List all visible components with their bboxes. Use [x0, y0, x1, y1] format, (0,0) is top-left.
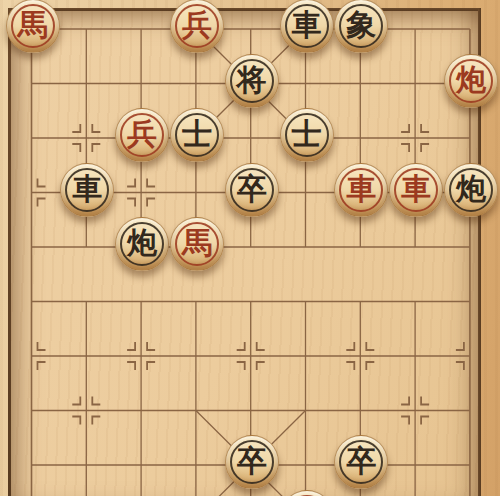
piece-black-chariot-left[interactable]: 車: [60, 163, 114, 217]
piece-character: 車: [401, 174, 431, 204]
piece-character: 兵: [127, 119, 157, 149]
piece-black-cannon-right[interactable]: 炮: [444, 163, 498, 217]
piece-character: 車: [346, 174, 376, 204]
piece-black-soldier-mid[interactable]: 卒: [225, 163, 279, 217]
piece-character: 士: [292, 119, 322, 149]
piece-character: 象: [346, 10, 376, 40]
piece-black-chariot-right[interactable]: 車: [280, 0, 334, 53]
piece-character: 車: [292, 10, 322, 40]
piece-black-soldier-g2[interactable]: 卒: [334, 435, 388, 489]
piece-red-cannon[interactable]: 炮: [444, 54, 498, 108]
piece-red-horse-mid[interactable]: 馬: [170, 217, 224, 271]
piece-character: 卒: [237, 174, 267, 204]
piece-black-general[interactable]: 将: [225, 54, 279, 108]
piece-red-chariot-left[interactable]: 車: [334, 163, 388, 217]
piece-black-cannon-left[interactable]: 炮: [115, 217, 169, 271]
piece-character: 炮: [456, 65, 486, 95]
piece-character: 兵: [182, 10, 212, 40]
piece-character: 炮: [127, 228, 157, 258]
piece-red-chariot-right[interactable]: 車: [389, 163, 443, 217]
piece-character: 卒: [237, 446, 267, 476]
piece-red-horse-left[interactable]: 馬: [6, 0, 60, 53]
piece-black-advisor-left[interactable]: 士: [170, 108, 224, 162]
piece-red-pawn-left[interactable]: 兵: [115, 108, 169, 162]
piece-black-advisor-right[interactable]: 士: [280, 108, 334, 162]
piece-character: 士: [182, 119, 212, 149]
piece-character: 馬: [18, 10, 48, 40]
piece-character: 将: [237, 65, 267, 95]
piece-character: 卒: [346, 446, 376, 476]
piece-black-soldier-e2[interactable]: 卒: [225, 435, 279, 489]
piece-red-pawn-advanced[interactable]: 兵: [170, 0, 224, 53]
xiangqi-app: 馬兵車象将炮兵士士車卒車車炮炮馬卒卒帥: [0, 0, 500, 496]
piece-character: 炮: [456, 174, 486, 204]
piece-character: 馬: [182, 228, 212, 258]
piece-character: 車: [72, 174, 102, 204]
